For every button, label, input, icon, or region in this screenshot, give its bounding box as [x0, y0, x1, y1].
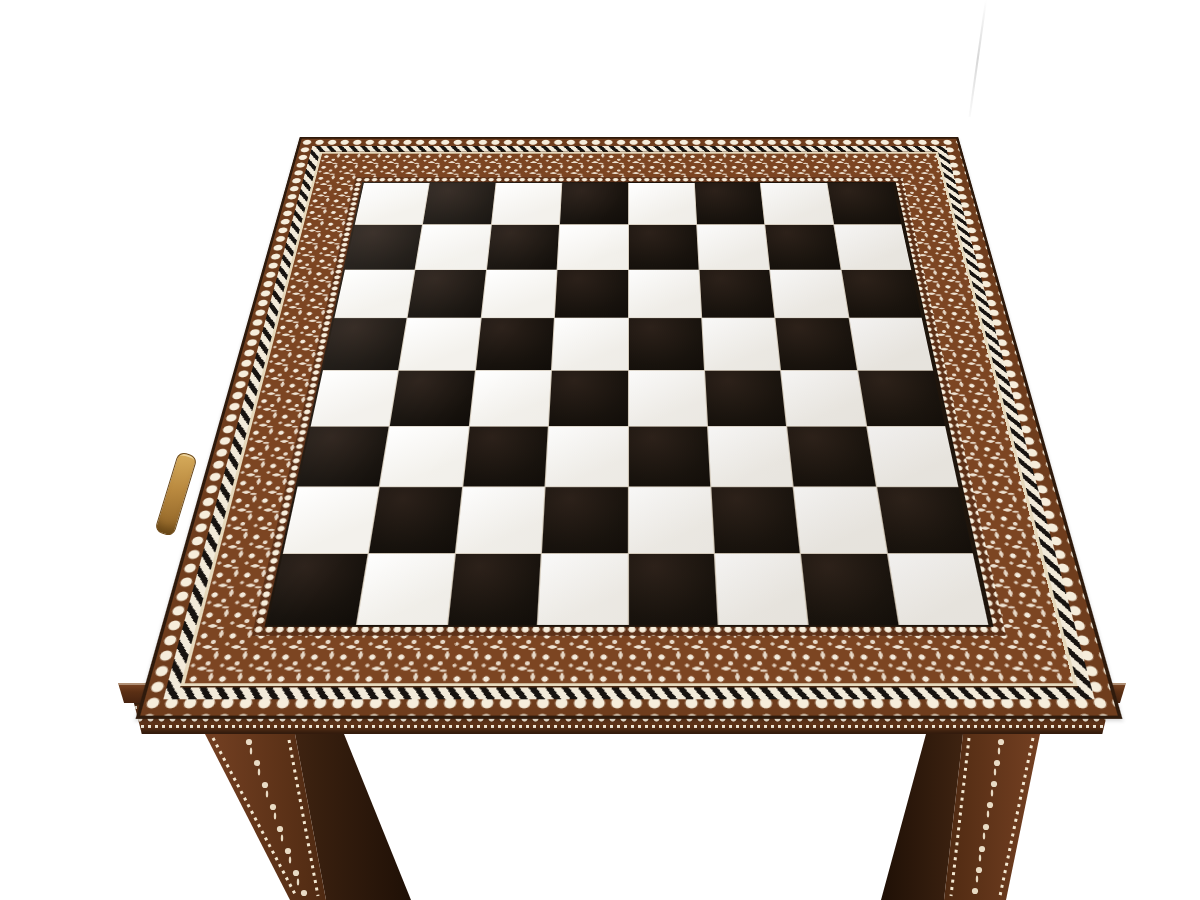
board-square-f8 [695, 183, 765, 224]
board-square-d2 [542, 487, 627, 552]
board-square-c4 [470, 370, 551, 425]
photo-backdrop [0, 0, 1200, 900]
board-square-e5 [629, 318, 704, 369]
board-square-g6 [770, 270, 848, 318]
board-square-a8 [355, 183, 429, 224]
board-square-h6 [841, 270, 921, 318]
table-scene [234, 0, 1024, 765]
board-square-e6 [629, 270, 702, 318]
board-square-c2 [456, 487, 545, 552]
board-square-e4 [628, 370, 706, 425]
board-square-h7 [834, 225, 911, 269]
board-square-a6 [334, 270, 414, 318]
board-square-d7 [558, 225, 628, 269]
board-square-c1 [448, 554, 541, 625]
board-square-c8 [492, 183, 562, 224]
bead-inlay-band-inner [252, 177, 1006, 636]
board-square-f5 [702, 318, 780, 369]
chessboard [267, 183, 988, 625]
board-square-h2 [877, 487, 973, 552]
board-square-e2 [628, 487, 713, 552]
diamond-inlay-band [140, 139, 1118, 716]
board-square-d4 [549, 370, 627, 425]
board-square-g7 [765, 225, 840, 269]
tabletop [136, 137, 1123, 719]
board-square-d5 [552, 318, 627, 369]
board-square-h1 [888, 554, 989, 625]
board-square-g2 [794, 487, 886, 552]
board-square-b7 [416, 225, 491, 269]
board-square-e3 [628, 427, 710, 487]
board-square-g3 [787, 427, 875, 487]
board-square-a5 [323, 318, 407, 369]
board-square-a2 [283, 487, 379, 552]
board-square-g1 [801, 554, 898, 625]
board-square-d3 [546, 427, 628, 487]
board-square-a3 [298, 427, 390, 487]
board-square-b3 [380, 427, 468, 487]
board-square-f3 [708, 427, 793, 487]
board-square-b4 [390, 370, 474, 425]
board-square-f6 [699, 270, 774, 318]
checker-ribbon-band [163, 146, 1094, 699]
floral-vine-inlay-border [185, 154, 1073, 684]
board-square-a4 [311, 370, 399, 425]
board-square-b2 [369, 487, 461, 552]
board-square-f4 [705, 370, 786, 425]
chessboard-frame [264, 182, 993, 627]
board-square-g5 [776, 318, 857, 369]
board-square-g4 [781, 370, 865, 425]
board-square-b5 [399, 318, 480, 369]
cream-separator-band [180, 152, 1078, 688]
board-square-c7 [487, 225, 559, 269]
board-square-h8 [827, 183, 901, 224]
board-square-e1 [628, 554, 717, 625]
board-square-h3 [867, 427, 958, 487]
board-square-d8 [560, 183, 628, 224]
board-square-b6 [408, 270, 486, 318]
board-square-h4 [858, 370, 945, 425]
board-square-f1 [715, 554, 808, 625]
board-square-g8 [761, 183, 833, 224]
board-square-d6 [555, 270, 628, 318]
board-square-f2 [711, 487, 800, 552]
board-square-c5 [476, 318, 554, 369]
board-square-h5 [849, 318, 933, 369]
board-square-c6 [481, 270, 556, 318]
board-square-a7 [345, 225, 422, 269]
board-square-e7 [629, 225, 699, 269]
tabletop-outer-edge [136, 137, 1123, 719]
board-square-a1 [267, 554, 368, 625]
board-square-e8 [629, 183, 697, 224]
board-square-b1 [358, 554, 455, 625]
board-square-f7 [697, 225, 769, 269]
board-square-d1 [538, 554, 627, 625]
board-square-c3 [463, 427, 548, 487]
board-square-b8 [423, 183, 495, 224]
